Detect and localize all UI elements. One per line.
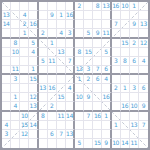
cell-r6c14[interactable] — [121, 48, 130, 57]
cell-r8c11[interactable]: 7 — [93, 66, 102, 75]
cell-r6c3[interactable] — [20, 48, 29, 57]
cell-r10c3[interactable] — [20, 84, 29, 93]
cell-r9c1[interactable] — [2, 75, 11, 84]
cell-r4c14[interactable] — [121, 29, 130, 38]
cell-r3c10[interactable] — [84, 20, 93, 29]
cell-r3c14[interactable] — [121, 20, 130, 29]
cell-r12c13[interactable] — [112, 102, 121, 111]
cell-r7c6[interactable]: 11 — [48, 57, 57, 66]
cell-r15c5[interactable] — [39, 130, 48, 139]
cell-r9c15[interactable] — [130, 75, 139, 84]
cell-r12c3[interactable] — [20, 102, 29, 111]
cell-r5c11[interactable] — [93, 39, 102, 48]
cell-r7c15[interactable]: 6 — [130, 57, 139, 66]
cell-r11c3[interactable] — [20, 93, 29, 102]
cell-r1c3[interactable] — [20, 2, 29, 11]
cell-r16c10[interactable] — [84, 139, 93, 148]
cell-r16c12[interactable]: 9 — [102, 139, 111, 148]
cell-r6c12[interactable]: 5 — [102, 48, 111, 57]
cell-r12c15[interactable]: 10 — [130, 102, 139, 111]
cell-r6c9[interactable]: 8 — [75, 48, 84, 57]
cell-r2c8[interactable]: 16 — [66, 11, 75, 20]
cell-r13c8[interactable]: 14 — [66, 112, 75, 121]
cell-r6c5[interactable] — [39, 48, 48, 57]
cell-r2c16[interactable] — [139, 11, 148, 20]
cell-r13c10[interactable]: 7 — [84, 112, 93, 121]
cell-r16c2[interactable] — [11, 139, 20, 148]
cell-r6c4[interactable]: 4 — [29, 48, 38, 57]
cell-r10c6[interactable]: 16 — [48, 84, 57, 93]
cell-r12c16[interactable]: 9 — [139, 102, 148, 111]
cell-r2c9[interactable] — [75, 11, 84, 20]
cell-r3c7[interactable] — [57, 20, 66, 29]
cell-r16c15[interactable]: 11 — [130, 139, 139, 148]
cell-r9c6[interactable] — [48, 75, 57, 84]
cell-r5c2[interactable]: 8 — [11, 39, 20, 48]
cell-r6c8[interactable] — [66, 48, 75, 57]
cell-r11c7[interactable]: 15 — [57, 93, 66, 102]
cell-r2c4[interactable] — [29, 11, 38, 20]
cell-r9c11[interactable]: 6 — [93, 75, 102, 84]
cell-r7c1[interactable] — [2, 57, 11, 66]
cell-r15c16[interactable] — [139, 130, 148, 139]
cell-r5c3[interactable] — [20, 39, 29, 48]
cell-r14c15[interactable]: 13 — [130, 121, 139, 130]
cell-r13c13[interactable] — [112, 112, 121, 121]
cell-r16c6[interactable] — [48, 139, 57, 148]
cell-r4c16[interactable] — [139, 29, 148, 38]
cell-r9c2[interactable]: 3 — [11, 75, 20, 84]
cell-r4c9[interactable] — [75, 29, 84, 38]
cell-r8c12[interactable]: 6 — [102, 66, 111, 75]
cell-r8c6[interactable] — [48, 66, 57, 75]
cell-r12c10[interactable] — [84, 102, 93, 111]
cell-r16c11[interactable]: 15 — [93, 139, 102, 148]
cell-r11c12[interactable]: 16 — [102, 93, 111, 102]
cell-r15c10[interactable] — [84, 130, 93, 139]
cell-r11c13[interactable] — [112, 93, 121, 102]
cell-r11c16[interactable] — [139, 93, 148, 102]
cell-r13c15[interactable] — [130, 112, 139, 121]
cell-r11c4[interactable]: 12 — [29, 93, 38, 102]
cell-r11c14[interactable] — [121, 93, 130, 102]
cell-r8c3[interactable] — [20, 66, 29, 75]
cell-r4c6[interactable] — [48, 29, 57, 38]
cell-r10c9[interactable] — [75, 84, 84, 93]
cell-r1c7[interactable] — [57, 2, 66, 11]
cell-r8c16[interactable] — [139, 66, 148, 75]
cell-r16c7[interactable] — [57, 139, 66, 148]
cell-r2c7[interactable]: 1 — [57, 11, 66, 20]
cell-r5c8[interactable] — [66, 39, 75, 48]
cell-r8c5[interactable] — [39, 66, 48, 75]
cell-r14c1[interactable]: 4 — [2, 121, 11, 130]
sudoku-grid: 2813161011349116142167913124359118511521… — [2, 2, 148, 148]
cell-r8c7[interactable] — [57, 66, 66, 75]
cell-r3c6[interactable] — [48, 20, 57, 29]
cell-r15c3[interactable]: 12 — [20, 130, 29, 139]
cell-r3c13[interactable]: 7 — [112, 20, 121, 29]
cell-r9c8[interactable] — [66, 75, 75, 84]
cell-r7c16[interactable]: 4 — [139, 57, 148, 66]
cell-r10c2[interactable] — [11, 84, 20, 93]
cell-r2c12[interactable] — [102, 11, 111, 20]
cell-r6c16[interactable] — [139, 48, 148, 57]
cell-r14c12[interactable] — [102, 121, 111, 130]
cell-r8c2[interactable]: 11 — [11, 66, 20, 75]
cell-r9c5[interactable] — [39, 75, 48, 84]
cell-r13c4[interactable] — [29, 112, 38, 121]
cell-r3c8[interactable] — [66, 20, 75, 29]
cell-r7c13[interactable]: 3 — [112, 57, 121, 66]
cell-r9c16[interactable] — [139, 75, 148, 84]
cell-r13c6[interactable] — [48, 112, 57, 121]
cell-r2c6[interactable]: 9 — [48, 11, 57, 20]
cell-r4c12[interactable]: 11 — [102, 29, 111, 38]
cell-r10c11[interactable] — [93, 84, 102, 93]
cell-r12c9[interactable] — [75, 102, 84, 111]
cell-r5c5[interactable] — [39, 39, 48, 48]
cell-r9c4[interactable]: 15 — [29, 75, 38, 84]
cell-r7c3[interactable] — [20, 57, 29, 66]
cell-r13c14[interactable] — [121, 112, 130, 121]
cell-r6c11[interactable] — [93, 48, 102, 57]
cell-r4c15[interactable] — [130, 29, 139, 38]
cell-r5c12[interactable] — [102, 39, 111, 48]
cell-r1c13[interactable]: 16 — [112, 2, 121, 11]
cell-r2c14[interactable] — [121, 11, 130, 20]
cell-r1c15[interactable]: 1 — [130, 2, 139, 11]
cell-r1c5[interactable] — [39, 2, 48, 11]
cell-r5c4[interactable]: 5 — [29, 39, 38, 48]
cell-r9c12[interactable]: 4 — [102, 75, 111, 84]
cell-r3c11[interactable] — [93, 20, 102, 29]
cell-r14c4[interactable]: 14 — [29, 121, 38, 130]
cell-r12c5[interactable] — [39, 102, 48, 111]
cell-r2c3[interactable]: 4 — [20, 11, 29, 20]
cell-r9c14[interactable] — [121, 75, 130, 84]
cell-r11c8[interactable] — [66, 93, 75, 102]
cell-r9c3[interactable] — [20, 75, 29, 84]
cell-r5c13[interactable] — [112, 39, 121, 48]
cell-r10c8[interactable]: 4 — [66, 84, 75, 93]
cell-r5c16[interactable]: 12 — [139, 39, 148, 48]
cell-r2c2[interactable] — [11, 11, 20, 20]
cell-r14c9[interactable] — [75, 121, 84, 130]
cell-r5c14[interactable]: 15 — [121, 39, 130, 48]
cell-r15c2[interactable] — [11, 130, 20, 139]
cell-r4c3[interactable]: 1 — [20, 29, 29, 38]
cell-r8c8[interactable] — [66, 66, 75, 75]
cell-r14c14[interactable] — [121, 121, 130, 130]
cell-r11c2[interactable]: 1 — [11, 93, 20, 102]
cell-r5c9[interactable] — [75, 39, 84, 48]
cell-r6c7[interactable]: 13 — [57, 48, 66, 57]
cell-r13c16[interactable] — [139, 112, 148, 121]
cell-r2c11[interactable] — [93, 11, 102, 20]
cell-r4c4[interactable] — [29, 29, 38, 38]
cell-r3c9[interactable] — [75, 20, 84, 29]
cell-r4c10[interactable]: 5 — [84, 29, 93, 38]
cell-r4c8[interactable]: 3 — [66, 29, 75, 38]
cell-r8c15[interactable] — [130, 66, 139, 75]
cell-r16c5[interactable] — [39, 139, 48, 148]
cell-r10c10[interactable] — [84, 84, 93, 93]
cell-r14c3[interactable]: 15 — [20, 121, 29, 130]
cell-r3c1[interactable]: 14 — [2, 20, 11, 29]
cell-r7c5[interactable]: 5 — [39, 57, 48, 66]
cell-r9c7[interactable] — [57, 75, 66, 84]
cell-r2c5[interactable] — [39, 11, 48, 20]
cell-r14c8[interactable] — [66, 121, 75, 130]
cell-r14c5[interactable] — [39, 121, 48, 130]
cell-r14c16[interactable]: 7 — [139, 121, 148, 130]
cell-r13c11[interactable]: 16 — [93, 112, 102, 121]
cell-r2c1[interactable]: 13 — [2, 11, 11, 20]
cell-r14c11[interactable] — [93, 121, 102, 130]
cell-r15c13[interactable] — [112, 130, 121, 139]
cell-r10c1[interactable] — [2, 84, 11, 93]
cell-r5c10[interactable] — [84, 39, 93, 48]
cell-r15c1[interactable]: 3 — [2, 130, 11, 139]
cell-r5c15[interactable]: 2 — [130, 39, 139, 48]
cell-r16c8[interactable] — [66, 139, 75, 148]
cell-r13c12[interactable]: 1 — [102, 112, 111, 121]
cell-r8c4[interactable]: 1 — [29, 66, 38, 75]
cell-r10c15[interactable]: 3 — [130, 84, 139, 93]
cell-r15c9[interactable] — [75, 130, 84, 139]
cell-r15c4[interactable] — [29, 130, 38, 139]
cell-r10c13[interactable]: 2 — [112, 84, 121, 93]
cell-r7c14[interactable]: 8 — [121, 57, 130, 66]
cell-r9c13[interactable] — [112, 75, 121, 84]
cell-r11c11[interactable] — [93, 93, 102, 102]
cell-r16c4[interactable] — [29, 139, 38, 148]
cell-r12c7[interactable] — [57, 102, 66, 111]
cell-r4c2[interactable] — [11, 29, 20, 38]
cell-r14c7[interactable] — [57, 121, 66, 130]
cell-r1c9[interactable]: 2 — [75, 2, 84, 11]
cell-r1c14[interactable]: 10 — [121, 2, 130, 11]
cell-r5c7[interactable] — [57, 39, 66, 48]
sudoku-board: 2813161011349116142167913124359118511521… — [0, 0, 150, 150]
cell-r12c4[interactable]: 13 — [29, 102, 38, 111]
cell-r6c6[interactable] — [48, 48, 57, 57]
cell-r6c13[interactable] — [112, 48, 121, 57]
cell-r10c14[interactable]: 1 — [121, 84, 130, 93]
cell-r15c11[interactable] — [93, 130, 102, 139]
cell-r4c11[interactable]: 9 — [93, 29, 102, 38]
cell-r14c10[interactable] — [84, 121, 93, 130]
cell-r12c11[interactable] — [93, 102, 102, 111]
cell-r2c15[interactable] — [130, 11, 139, 20]
cell-r7c8[interactable]: 7 — [66, 57, 75, 66]
cell-r15c6[interactable]: 6 — [48, 130, 57, 139]
cell-r1c4[interactable] — [29, 2, 38, 11]
cell-r16c9[interactable]: 5 — [75, 139, 84, 148]
cell-r6c2[interactable]: 10 — [11, 48, 20, 57]
cell-r4c5[interactable]: 2 — [39, 29, 48, 38]
cell-r11c6[interactable] — [48, 93, 57, 102]
cell-r6c15[interactable] — [130, 48, 139, 57]
cell-r11c10[interactable]: 9 — [84, 93, 93, 102]
cell-r16c16[interactable] — [139, 139, 148, 148]
cell-r2c10[interactable] — [84, 11, 93, 20]
cell-r15c12[interactable] — [102, 130, 111, 139]
cell-r16c3[interactable] — [20, 139, 29, 148]
cell-r12c12[interactable] — [102, 102, 111, 111]
cell-r15c15[interactable] — [130, 130, 139, 139]
cell-r5c6[interactable]: 1 — [48, 39, 57, 48]
cell-r1c12[interactable]: 13 — [102, 2, 111, 11]
cell-r14c6[interactable] — [48, 121, 57, 130]
cell-r3c4[interactable]: 16 — [29, 20, 38, 29]
cell-r13c9[interactable] — [75, 112, 84, 121]
cell-r14c2[interactable] — [11, 121, 20, 130]
cell-r3c3[interactable]: 2 — [20, 20, 29, 29]
cell-r10c7[interactable] — [57, 84, 66, 93]
cell-r6c1[interactable] — [2, 48, 11, 57]
cell-r15c8[interactable]: 13 — [66, 130, 75, 139]
cell-r12c1[interactable] — [2, 102, 11, 111]
cell-r12c14[interactable]: 16 — [121, 102, 130, 111]
cell-r12c8[interactable] — [66, 102, 75, 111]
cell-r2c13[interactable] — [112, 11, 121, 20]
cell-r10c4[interactable] — [29, 84, 38, 93]
cell-r14c13[interactable]: 1 — [112, 121, 121, 130]
cell-r11c15[interactable] — [130, 93, 139, 102]
cell-r9c10[interactable]: 2 — [84, 75, 93, 84]
cell-r3c16[interactable]: 13 — [139, 20, 148, 29]
cell-r11c1[interactable] — [2, 93, 11, 102]
cell-r8c13[interactable] — [112, 66, 121, 75]
cell-r8c14[interactable] — [121, 66, 130, 75]
cell-r15c14[interactable] — [121, 130, 130, 139]
cell-r1c10[interactable] — [84, 2, 93, 11]
cell-r1c2[interactable] — [11, 2, 20, 11]
cell-r13c7[interactable]: 11 — [57, 112, 66, 121]
cell-r3c15[interactable]: 9 — [130, 20, 139, 29]
cell-r1c8[interactable] — [66, 2, 75, 11]
cell-r1c16[interactable] — [139, 2, 148, 11]
cell-r5c1[interactable] — [2, 39, 11, 48]
cell-r4c1[interactable] — [2, 29, 11, 38]
cell-r13c2[interactable] — [11, 112, 20, 121]
cell-r16c14[interactable]: 14 — [121, 139, 130, 148]
cell-r11c9[interactable]: 10 — [75, 93, 84, 102]
cell-r12c2[interactable]: 4 — [11, 102, 20, 111]
cell-r3c5[interactable] — [39, 20, 48, 29]
cell-r10c5[interactable]: 13 — [39, 84, 48, 93]
cell-r12c6[interactable]: 2 — [48, 102, 57, 111]
cell-r13c3[interactable]: 10 — [20, 112, 29, 121]
cell-r9c9[interactable]: 1 — [75, 75, 84, 84]
cell-r8c1[interactable] — [2, 66, 11, 75]
cell-r10c16[interactable]: 6 — [139, 84, 148, 93]
cell-r1c1[interactable] — [2, 2, 11, 11]
cell-r11c5[interactable] — [39, 93, 48, 102]
cell-r4c13[interactable] — [112, 29, 121, 38]
cell-r10c12[interactable] — [102, 84, 111, 93]
cell-r16c1[interactable] — [2, 139, 11, 148]
cell-r8c9[interactable]: 13 — [75, 66, 84, 75]
cell-r4c7[interactable]: 4 — [57, 29, 66, 38]
cell-r16c13[interactable]: 10 — [112, 139, 121, 148]
cell-r1c6[interactable] — [48, 2, 57, 11]
cell-r6c10[interactable]: 15 — [84, 48, 93, 57]
cell-r7c7[interactable] — [57, 57, 66, 66]
cell-r15c7[interactable]: 7 — [57, 130, 66, 139]
cell-r13c1[interactable] — [2, 112, 11, 121]
cell-r3c12[interactable] — [102, 20, 111, 29]
cell-r1c11[interactable]: 8 — [93, 2, 102, 11]
cell-r8c10[interactable]: 3 — [84, 66, 93, 75]
cell-r3c2[interactable] — [11, 20, 20, 29]
cell-r13c5[interactable]: 8 — [39, 112, 48, 121]
